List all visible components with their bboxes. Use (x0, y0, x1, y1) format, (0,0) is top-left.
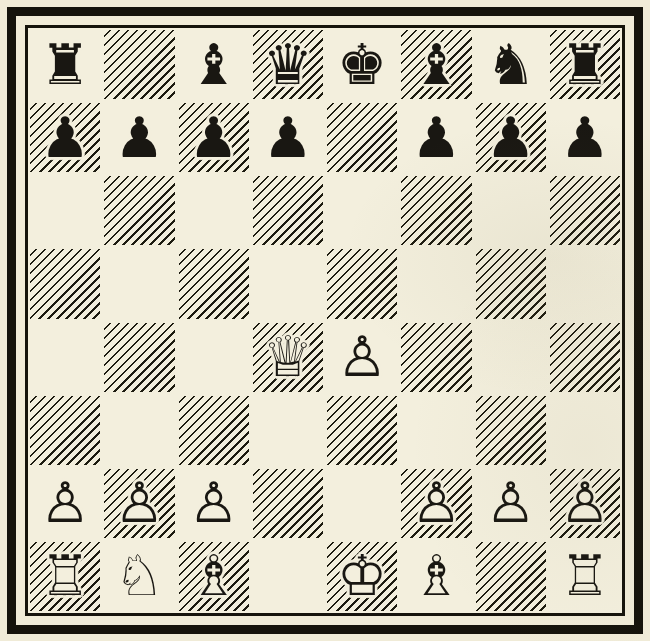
piece-white-pawn: ♟♙ (548, 467, 622, 540)
square-g8: ♞♞ (474, 28, 548, 101)
square-h5 (548, 247, 622, 320)
white-pawn-icon: ♙ (548, 467, 622, 540)
piece-black-pawn: ♟♟ (548, 101, 622, 174)
piece-black-rook: ♜♜ (28, 28, 102, 101)
white-pawn-icon: ♙ (325, 321, 399, 394)
square-g2: ♟♙ (474, 467, 548, 540)
square-b3 (102, 394, 176, 467)
white-pawn-icon: ♙ (177, 467, 251, 540)
piece-black-knight: ♞♞ (474, 28, 548, 101)
square-h8: ♜♜ (548, 28, 622, 101)
white-bishop-icon: ♗ (399, 540, 473, 613)
square-g5 (474, 247, 548, 320)
square-g1 (474, 540, 548, 613)
square-e2 (325, 467, 399, 540)
square-c7: ♟♟ (177, 101, 251, 174)
square-h3 (548, 394, 622, 467)
chessboard-frame: ♜♜♝♝♛♛♚♚♝♝♞♞♜♜♟♟♟♟♟♟♟♟♟♟♟♟♟♟♛♕♟♙♟♙♟♙♟♙♟♙… (7, 7, 643, 634)
square-e8: ♚♚ (325, 28, 399, 101)
square-a5 (28, 247, 102, 320)
square-f4 (399, 321, 473, 394)
square-b8 (102, 28, 176, 101)
black-pawn-icon: ♟ (548, 101, 622, 174)
square-e5 (325, 247, 399, 320)
white-rook-icon: ♖ (28, 540, 102, 613)
square-c4 (177, 321, 251, 394)
square-f3 (399, 394, 473, 467)
square-f1: ♝♗ (399, 540, 473, 613)
black-bishop-icon: ♝ (399, 28, 473, 101)
square-f7: ♟♟ (399, 101, 473, 174)
square-b1: ♞♘ (102, 540, 176, 613)
square-e1: ♚♔ (325, 540, 399, 613)
black-pawn-icon: ♟ (251, 101, 325, 174)
piece-white-pawn: ♟♙ (399, 467, 473, 540)
square-f8: ♝♝ (399, 28, 473, 101)
square-g6 (474, 174, 548, 247)
square-b2: ♟♙ (102, 467, 176, 540)
piece-white-pawn: ♟♙ (474, 467, 548, 540)
square-g4 (474, 321, 548, 394)
piece-black-pawn: ♟♟ (28, 101, 102, 174)
piece-black-queen: ♛♛ (251, 28, 325, 101)
white-pawn-icon: ♙ (102, 467, 176, 540)
square-h7: ♟♟ (548, 101, 622, 174)
square-c5 (177, 247, 251, 320)
square-b4 (102, 321, 176, 394)
black-pawn-icon: ♟ (474, 101, 548, 174)
piece-black-pawn: ♟♟ (251, 101, 325, 174)
square-b6 (102, 174, 176, 247)
square-b5 (102, 247, 176, 320)
piece-white-bishop: ♝♗ (177, 540, 251, 613)
black-rook-icon: ♜ (548, 28, 622, 101)
square-f2: ♟♙ (399, 467, 473, 540)
black-bishop-icon: ♝ (177, 28, 251, 101)
square-c2: ♟♙ (177, 467, 251, 540)
piece-black-bishop: ♝♝ (399, 28, 473, 101)
square-h2: ♟♙ (548, 467, 622, 540)
square-d7: ♟♟ (251, 101, 325, 174)
black-pawn-icon: ♟ (28, 101, 102, 174)
white-bishop-icon: ♗ (177, 540, 251, 613)
square-e7 (325, 101, 399, 174)
square-a4 (28, 321, 102, 394)
white-pawn-icon: ♙ (399, 467, 473, 540)
white-pawn-icon: ♙ (28, 467, 102, 540)
piece-white-pawn: ♟♙ (177, 467, 251, 540)
scanned-page: ♜♜♝♝♛♛♚♚♝♝♞♞♜♜♟♟♟♟♟♟♟♟♟♟♟♟♟♟♛♕♟♙♟♙♟♙♟♙♟♙… (0, 0, 650, 641)
square-d3 (251, 394, 325, 467)
square-c1: ♝♗ (177, 540, 251, 613)
square-g3 (474, 394, 548, 467)
piece-white-queen: ♛♕ (251, 321, 325, 394)
white-pawn-icon: ♙ (474, 467, 548, 540)
piece-white-pawn: ♟♙ (325, 321, 399, 394)
square-d5 (251, 247, 325, 320)
square-d2 (251, 467, 325, 540)
square-c3 (177, 394, 251, 467)
square-h6 (548, 174, 622, 247)
square-d1 (251, 540, 325, 613)
square-a3 (28, 394, 102, 467)
piece-black-pawn: ♟♟ (474, 101, 548, 174)
square-a8: ♜♜ (28, 28, 102, 101)
black-king-icon: ♚ (325, 28, 399, 101)
square-a6 (28, 174, 102, 247)
square-h4 (548, 321, 622, 394)
piece-black-rook: ♜♜ (548, 28, 622, 101)
piece-white-king: ♚♔ (325, 540, 399, 613)
piece-white-rook: ♜♖ (548, 540, 622, 613)
square-d8: ♛♛ (251, 28, 325, 101)
chessboard: ♜♜♝♝♛♛♚♚♝♝♞♞♜♜♟♟♟♟♟♟♟♟♟♟♟♟♟♟♛♕♟♙♟♙♟♙♟♙♟♙… (28, 28, 622, 613)
square-f5 (399, 247, 473, 320)
piece-white-pawn: ♟♙ (102, 467, 176, 540)
black-knight-icon: ♞ (474, 28, 548, 101)
white-rook-icon: ♖ (548, 540, 622, 613)
black-pawn-icon: ♟ (102, 101, 176, 174)
square-c8: ♝♝ (177, 28, 251, 101)
square-d4: ♛♕ (251, 321, 325, 394)
piece-black-pawn: ♟♟ (399, 101, 473, 174)
piece-white-pawn: ♟♙ (28, 467, 102, 540)
piece-white-rook: ♜♖ (28, 540, 102, 613)
chessboard-inner-border: ♜♜♝♝♛♛♚♚♝♝♞♞♜♜♟♟♟♟♟♟♟♟♟♟♟♟♟♟♛♕♟♙♟♙♟♙♟♙♟♙… (25, 25, 625, 616)
black-pawn-icon: ♟ (399, 101, 473, 174)
piece-black-pawn: ♟♟ (102, 101, 176, 174)
piece-black-bishop: ♝♝ (177, 28, 251, 101)
square-d6 (251, 174, 325, 247)
piece-black-king: ♚♚ (325, 28, 399, 101)
black-pawn-icon: ♟ (177, 101, 251, 174)
square-a2: ♟♙ (28, 467, 102, 540)
white-king-icon: ♔ (325, 540, 399, 613)
square-e3 (325, 394, 399, 467)
square-a7: ♟♟ (28, 101, 102, 174)
square-e6 (325, 174, 399, 247)
square-f6 (399, 174, 473, 247)
black-rook-icon: ♜ (28, 28, 102, 101)
square-a1: ♜♖ (28, 540, 102, 613)
piece-white-bishop: ♝♗ (399, 540, 473, 613)
square-c6 (177, 174, 251, 247)
square-b7: ♟♟ (102, 101, 176, 174)
square-e4: ♟♙ (325, 321, 399, 394)
black-queen-icon: ♛ (251, 28, 325, 101)
white-queen-icon: ♕ (251, 321, 325, 394)
piece-white-knight: ♞♘ (102, 540, 176, 613)
white-knight-icon: ♘ (102, 540, 176, 613)
square-g7: ♟♟ (474, 101, 548, 174)
square-h1: ♜♖ (548, 540, 622, 613)
piece-black-pawn: ♟♟ (177, 101, 251, 174)
